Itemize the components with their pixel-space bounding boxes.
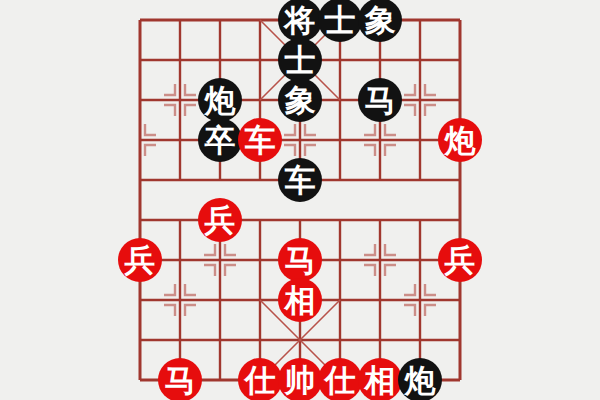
intersection-c0r0[interactable]: [120, 0, 160, 40]
intersection-c2r4[interactable]: [200, 160, 240, 200]
intersection-c1r7[interactable]: [160, 280, 200, 320]
intersection-c6r0[interactable]: 象: [360, 0, 400, 40]
intersection-c3r2[interactable]: [240, 80, 280, 120]
intersection-c0r4[interactable]: [120, 160, 160, 200]
intersection-c3r1[interactable]: [240, 40, 280, 80]
red-general[interactable]: 帅: [278, 358, 322, 400]
intersection-c8r0[interactable]: [440, 0, 480, 40]
intersection-c4r2[interactable]: 象: [280, 80, 320, 120]
intersection-c6r6[interactable]: [360, 240, 400, 280]
intersection-c3r3[interactable]: 车: [240, 120, 280, 160]
intersection-c5r8[interactable]: [320, 320, 360, 360]
intersection-c7r7[interactable]: [400, 280, 440, 320]
intersection-c8r6[interactable]: 兵: [440, 240, 480, 280]
intersection-c5r2[interactable]: [320, 80, 360, 120]
red-advisor[interactable]: 仕: [318, 358, 362, 400]
intersection-c7r4[interactable]: [400, 160, 440, 200]
intersection-c7r9[interactable]: 炮: [400, 360, 440, 400]
intersection-c1r6[interactable]: [160, 240, 200, 280]
intersection-c6r7[interactable]: [360, 280, 400, 320]
intersection-c7r2[interactable]: [400, 80, 440, 120]
intersection-c7r5[interactable]: [400, 200, 440, 240]
intersection-c8r3[interactable]: 炮: [440, 120, 480, 160]
intersection-c5r6[interactable]: [320, 240, 360, 280]
intersection-c5r9[interactable]: 仕: [320, 360, 360, 400]
intersection-c0r3[interactable]: [120, 120, 160, 160]
intersection-c6r8[interactable]: [360, 320, 400, 360]
intersection-c4r5[interactable]: [280, 200, 320, 240]
intersection-c5r3[interactable]: [320, 120, 360, 160]
intersection-c4r1[interactable]: 士: [280, 40, 320, 80]
black-advisor[interactable]: 士: [278, 38, 322, 82]
intersection-c8r7[interactable]: [440, 280, 480, 320]
red-horse[interactable]: 马: [158, 358, 202, 400]
intersection-c8r5[interactable]: [440, 200, 480, 240]
red-horse[interactable]: 马: [278, 238, 322, 282]
intersection-c4r7[interactable]: 相: [280, 280, 320, 320]
intersection-c7r3[interactable]: [400, 120, 440, 160]
piece-layer: 将士象士炮象马卒车炮车兵兵马兵相马仕帅仕相炮: [120, 0, 480, 400]
intersection-c6r1[interactable]: [360, 40, 400, 80]
intersection-c3r8[interactable]: [240, 320, 280, 360]
intersection-c7r0[interactable]: [400, 0, 440, 40]
intersection-c5r5[interactable]: [320, 200, 360, 240]
intersection-c0r1[interactable]: [120, 40, 160, 80]
red-elephant[interactable]: 相: [278, 278, 322, 322]
intersection-c2r1[interactable]: [200, 40, 240, 80]
intersection-c8r2[interactable]: [440, 80, 480, 120]
black-cannon[interactable]: 炮: [398, 358, 442, 400]
red-pawn[interactable]: 兵: [438, 238, 482, 282]
intersection-c1r0[interactable]: [160, 0, 200, 40]
intersection-c2r9[interactable]: [200, 360, 240, 400]
intersection-c3r6[interactable]: [240, 240, 280, 280]
intersection-c0r9[interactable]: [120, 360, 160, 400]
intersection-c1r1[interactable]: [160, 40, 200, 80]
intersection-c4r6[interactable]: 马: [280, 240, 320, 280]
intersection-c3r9[interactable]: 仕: [240, 360, 280, 400]
intersection-c5r0[interactable]: 士: [320, 0, 360, 40]
intersection-c5r4[interactable]: [320, 160, 360, 200]
intersection-c6r9[interactable]: 相: [360, 360, 400, 400]
intersection-c7r6[interactable]: [400, 240, 440, 280]
black-general[interactable]: 将: [278, 0, 322, 42]
black-chariot[interactable]: 车: [278, 158, 322, 202]
intersection-c8r4[interactable]: [440, 160, 480, 200]
intersection-c3r4[interactable]: [240, 160, 280, 200]
intersection-c4r4[interactable]: 车: [280, 160, 320, 200]
intersection-c2r7[interactable]: [200, 280, 240, 320]
intersection-c2r2[interactable]: 炮: [200, 80, 240, 120]
intersection-c4r3[interactable]: [280, 120, 320, 160]
intersection-c7r8[interactable]: [400, 320, 440, 360]
black-cannon[interactable]: 炮: [198, 78, 242, 122]
intersection-c8r9[interactable]: [440, 360, 480, 400]
intersection-c0r7[interactable]: [120, 280, 160, 320]
intersection-c5r1[interactable]: [320, 40, 360, 80]
red-elephant[interactable]: 相: [358, 358, 402, 400]
intersection-c2r0[interactable]: [200, 0, 240, 40]
intersection-c1r2[interactable]: [160, 80, 200, 120]
intersection-c6r2[interactable]: 马: [360, 80, 400, 120]
intersection-c2r3[interactable]: 卒: [200, 120, 240, 160]
red-chariot[interactable]: 车: [238, 118, 282, 162]
intersection-c0r2[interactable]: [120, 80, 160, 120]
intersection-c1r9[interactable]: 马: [160, 360, 200, 400]
intersection-c2r8[interactable]: [200, 320, 240, 360]
black-elephant[interactable]: 象: [278, 78, 322, 122]
intersection-c4r0[interactable]: 将: [280, 0, 320, 40]
xiangqi-board: 将士象士炮象马卒车炮车兵兵马兵相马仕帅仕相炮: [0, 0, 600, 400]
intersection-c2r5[interactable]: 兵: [200, 200, 240, 240]
red-advisor[interactable]: 仕: [238, 358, 282, 400]
intersection-c6r5[interactable]: [360, 200, 400, 240]
intersection-c1r4[interactable]: [160, 160, 200, 200]
red-cannon[interactable]: 炮: [438, 118, 482, 162]
black-advisor[interactable]: 士: [318, 0, 362, 42]
intersection-c1r3[interactable]: [160, 120, 200, 160]
intersection-c8r8[interactable]: [440, 320, 480, 360]
intersection-c8r1[interactable]: [440, 40, 480, 80]
intersection-c0r6[interactable]: 兵: [120, 240, 160, 280]
intersection-c0r5[interactable]: [120, 200, 160, 240]
intersection-c6r4[interactable]: [360, 160, 400, 200]
intersection-c2r6[interactable]: [200, 240, 240, 280]
intersection-c3r0[interactable]: [240, 0, 280, 40]
black-elephant[interactable]: 象: [358, 0, 402, 42]
intersection-c1r8[interactable]: [160, 320, 200, 360]
black-pawn[interactable]: 卒: [198, 118, 242, 162]
black-horse[interactable]: 马: [358, 78, 402, 122]
intersection-c5r7[interactable]: [320, 280, 360, 320]
intersection-c3r5[interactable]: [240, 200, 280, 240]
intersection-c3r7[interactable]: [240, 280, 280, 320]
intersection-c0r8[interactable]: [120, 320, 160, 360]
red-pawn[interactable]: 兵: [198, 198, 242, 242]
red-pawn[interactable]: 兵: [118, 238, 162, 282]
intersection-c6r3[interactable]: [360, 120, 400, 160]
intersection-c7r1[interactable]: [400, 40, 440, 80]
intersection-c4r8[interactable]: [280, 320, 320, 360]
intersection-c4r9[interactable]: 帅: [280, 360, 320, 400]
intersection-c1r5[interactable]: [160, 200, 200, 240]
